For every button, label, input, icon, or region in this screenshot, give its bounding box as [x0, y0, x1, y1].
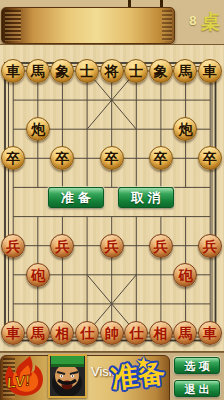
black-piece[interactable]: 車	[198, 59, 222, 83]
black-piece[interactable]: 馬	[173, 59, 197, 83]
black-piece[interactable]: 卒	[198, 146, 222, 170]
board-cell[interactable]	[173, 231, 198, 260]
board-cell[interactable]: 士	[124, 57, 149, 86]
black-piece[interactable]: 象	[50, 59, 74, 83]
board-cell[interactable]	[99, 289, 124, 318]
board-cell[interactable]: 炮	[173, 115, 198, 144]
avatar[interactable]	[48, 354, 87, 398]
board-cell[interactable]	[124, 86, 149, 115]
red-piece[interactable]: 相	[149, 321, 173, 345]
red-piece[interactable]: 車	[1, 321, 25, 345]
board-cell[interactable]: 車	[198, 57, 223, 86]
board-cell[interactable]: 兵	[99, 231, 124, 260]
red-piece[interactable]: 帥	[100, 321, 124, 345]
board-cell[interactable]: 将	[99, 57, 124, 86]
black-piece[interactable]: 士	[75, 59, 99, 83]
plaque-nail-icon	[128, 0, 131, 7]
red-piece[interactable]: 仕	[75, 321, 99, 345]
level-flame-icon: LV!	[0, 353, 46, 399]
board-cell[interactable]	[173, 144, 198, 173]
board-cell[interactable]	[26, 173, 51, 202]
board-cell[interactable]	[1, 202, 26, 231]
red-piece[interactable]: 兵	[198, 234, 222, 258]
board-cell[interactable]	[1, 86, 26, 115]
red-piece[interactable]: 兵	[149, 234, 173, 258]
table-number: 8	[189, 13, 196, 28]
table-suffix: 桌	[201, 11, 220, 32]
board-cell[interactable]	[149, 260, 174, 289]
board-cell[interactable]	[149, 86, 174, 115]
board-cell[interactable]: 卒	[50, 144, 75, 173]
board-cell[interactable]: 砲	[26, 260, 51, 289]
board-cell[interactable]: 兵	[198, 231, 223, 260]
plaque-nail-icon	[160, 0, 163, 7]
board-cell[interactable]: 馬	[173, 57, 198, 86]
black-piece[interactable]: 将	[100, 59, 124, 83]
board-cell[interactable]	[198, 202, 223, 231]
board-cell[interactable]: 卒	[149, 144, 174, 173]
board-cell[interactable]: 卒	[198, 144, 223, 173]
board-cell[interactable]: 象	[149, 57, 174, 86]
black-piece[interactable]: 炮	[173, 117, 197, 141]
board-cell[interactable]	[198, 86, 223, 115]
board-cell[interactable]	[198, 289, 223, 318]
board-cell[interactable]	[124, 289, 149, 318]
board-cell[interactable]: 車	[1, 57, 26, 86]
board-cell[interactable]: 車	[198, 318, 223, 347]
board-cell[interactable]	[99, 115, 124, 144]
red-piece[interactable]: 兵	[100, 234, 124, 258]
black-piece[interactable]: 卒	[1, 146, 25, 170]
board-cell[interactable]: 帥	[99, 318, 124, 347]
board-cell[interactable]: 炮	[26, 115, 51, 144]
board-cell[interactable]	[1, 115, 26, 144]
plaque-ridges-right	[162, 10, 172, 41]
board-cell[interactable]	[173, 173, 198, 202]
black-piece[interactable]: 卒	[100, 146, 124, 170]
board-cell[interactable]	[173, 86, 198, 115]
board-cell[interactable]: 相	[149, 318, 174, 347]
board-cell[interactable]	[26, 289, 51, 318]
red-piece[interactable]: 兵	[1, 234, 25, 258]
black-piece[interactable]: 卒	[149, 146, 173, 170]
board-cell[interactable]: 仕	[75, 318, 100, 347]
board-cell[interactable]: 兵	[50, 231, 75, 260]
cancel-button[interactable]: 取 消	[118, 187, 174, 208]
board-cell[interactable]	[124, 260, 149, 289]
game-screen: 8 桌	[0, 0, 224, 400]
black-piece[interactable]: 象	[149, 59, 173, 83]
board-cell[interactable]: 馬	[26, 57, 51, 86]
board-cell[interactable]	[149, 289, 174, 318]
board-cell[interactable]	[124, 115, 149, 144]
black-piece[interactable]: 士	[124, 59, 148, 83]
board-cell[interactable]	[1, 260, 26, 289]
board-cell[interactable]	[198, 260, 223, 289]
board-cell[interactable]: 仕	[124, 318, 149, 347]
red-piece[interactable]: 相	[50, 321, 74, 345]
board-cell[interactable]	[173, 202, 198, 231]
black-piece[interactable]: 馬	[26, 59, 50, 83]
board-cell[interactable]: 兵	[149, 231, 174, 260]
star-icon: ★	[134, 347, 152, 378]
board-cell[interactable]: 卒	[99, 144, 124, 173]
plaque-ridges-left	[5, 10, 21, 41]
red-piece[interactable]: 車	[198, 321, 222, 345]
board-cell[interactable]	[50, 115, 75, 144]
options-button[interactable]: 选 项	[174, 357, 220, 374]
board-cell[interactable]	[198, 173, 223, 202]
board-cell[interactable]	[26, 231, 51, 260]
board-cell[interactable]: 馬	[26, 318, 51, 347]
ready-button[interactable]: 准 备	[48, 187, 104, 208]
board-cell[interactable]	[198, 115, 223, 144]
red-piece[interactable]: 砲	[26, 263, 50, 287]
board-cell[interactable]	[50, 260, 75, 289]
red-piece[interactable]: 仕	[124, 321, 148, 345]
red-piece[interactable]: 馬	[173, 321, 197, 345]
red-piece[interactable]: 兵	[50, 234, 74, 258]
board-cell[interactable]	[124, 144, 149, 173]
board-cell[interactable]	[26, 202, 51, 231]
xiangqi-board: 車馬象士将士象馬車炮炮卒卒卒卒卒兵兵兵兵兵砲砲車馬相仕帥仕相馬車	[0, 44, 224, 352]
board-cell[interactable]: 士	[75, 57, 100, 86]
exit-button[interactable]: 退 出	[174, 380, 220, 397]
board-cell[interactable]	[50, 289, 75, 318]
red-piece[interactable]: 馬	[26, 321, 50, 345]
board-cell[interactable]	[75, 86, 100, 115]
board-cell[interactable]	[75, 231, 100, 260]
board-cell[interactable]: 相	[50, 318, 75, 347]
table-label: 8 桌	[189, 9, 220, 35]
board-cell[interactable]	[75, 260, 100, 289]
board-cell[interactable]	[99, 260, 124, 289]
table-plaque	[1, 7, 175, 44]
level-badge-text: LV!	[6, 371, 31, 391]
board-cell[interactable]	[50, 86, 75, 115]
board-cell[interactable]: 象	[50, 57, 75, 86]
board-cell[interactable]	[99, 86, 124, 115]
board-cell[interactable]	[173, 289, 198, 318]
board-cell[interactable]: 兵	[1, 231, 26, 260]
board-cell[interactable]	[149, 115, 174, 144]
board-cell[interactable]: 卒	[1, 144, 26, 173]
board-cell[interactable]	[75, 144, 100, 173]
board-cell[interactable]	[75, 289, 100, 318]
red-piece[interactable]: 砲	[173, 263, 197, 287]
black-piece[interactable]: 炮	[26, 117, 50, 141]
board-cell[interactable]: 砲	[173, 260, 198, 289]
board-grid: 車馬象士将士象馬車炮炮卒卒卒卒卒兵兵兵兵兵砲砲車馬相仕帥仕相馬車	[1, 57, 222, 348]
board-cell[interactable]: 車	[1, 318, 26, 347]
board-cell[interactable]	[26, 86, 51, 115]
black-piece[interactable]: 卒	[50, 146, 74, 170]
board-cell[interactable]	[124, 231, 149, 260]
board-cell[interactable]	[1, 173, 26, 202]
black-piece[interactable]: 車	[1, 59, 25, 83]
board-cell[interactable]	[1, 289, 26, 318]
board-cell[interactable]	[26, 144, 51, 173]
board-cell[interactable]	[75, 115, 100, 144]
board-cell[interactable]: 馬	[173, 318, 198, 347]
